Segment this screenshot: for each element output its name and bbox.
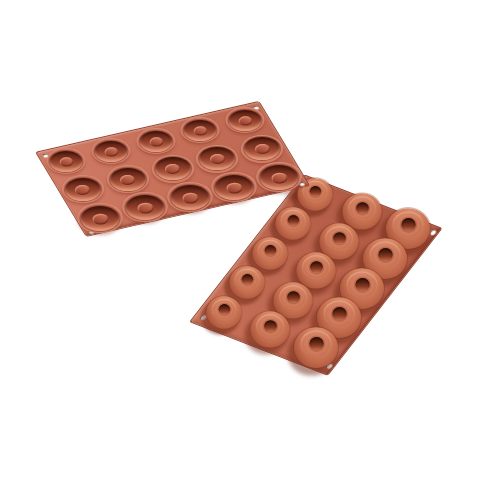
- corner-hole: [298, 181, 305, 186]
- product-photo: [0, 0, 480, 480]
- corner-hole: [428, 229, 436, 236]
- corner-hole: [88, 229, 95, 234]
- corner-hole: [198, 314, 206, 321]
- corner-hole: [42, 153, 49, 158]
- back-mold-sheet: [35, 101, 310, 237]
- corner-hole: [252, 105, 259, 110]
- corner-hole: [324, 363, 332, 370]
